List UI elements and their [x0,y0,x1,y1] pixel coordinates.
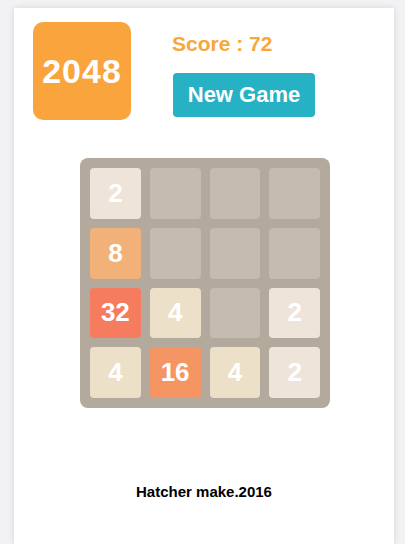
empty-cell [269,168,320,219]
board-grid[interactable]: 28324241642 [80,158,330,408]
tile-2: 2 [269,347,320,398]
tile-4: 4 [150,288,201,339]
footer-credit: Hatcher make.2016 [14,483,394,500]
tile-2: 2 [90,168,141,219]
tile-4: 4 [210,347,261,398]
logo-tile: 2048 [33,22,131,120]
empty-cell [210,228,261,279]
tile-16: 16 [150,347,201,398]
empty-cell [210,168,261,219]
tile-8: 8 [90,228,141,279]
empty-cell [150,228,201,279]
empty-cell [269,228,320,279]
score-display: Score : 72 [172,33,272,55]
new-game-button[interactable]: New Game [173,73,315,117]
empty-cell [150,168,201,219]
empty-cell [210,288,261,339]
tile-32: 32 [90,288,141,339]
tile-2: 2 [269,288,320,339]
game-card: 2048 Score : 72 New Game 28324241642 Hat… [14,8,394,544]
tile-4: 4 [90,347,141,398]
